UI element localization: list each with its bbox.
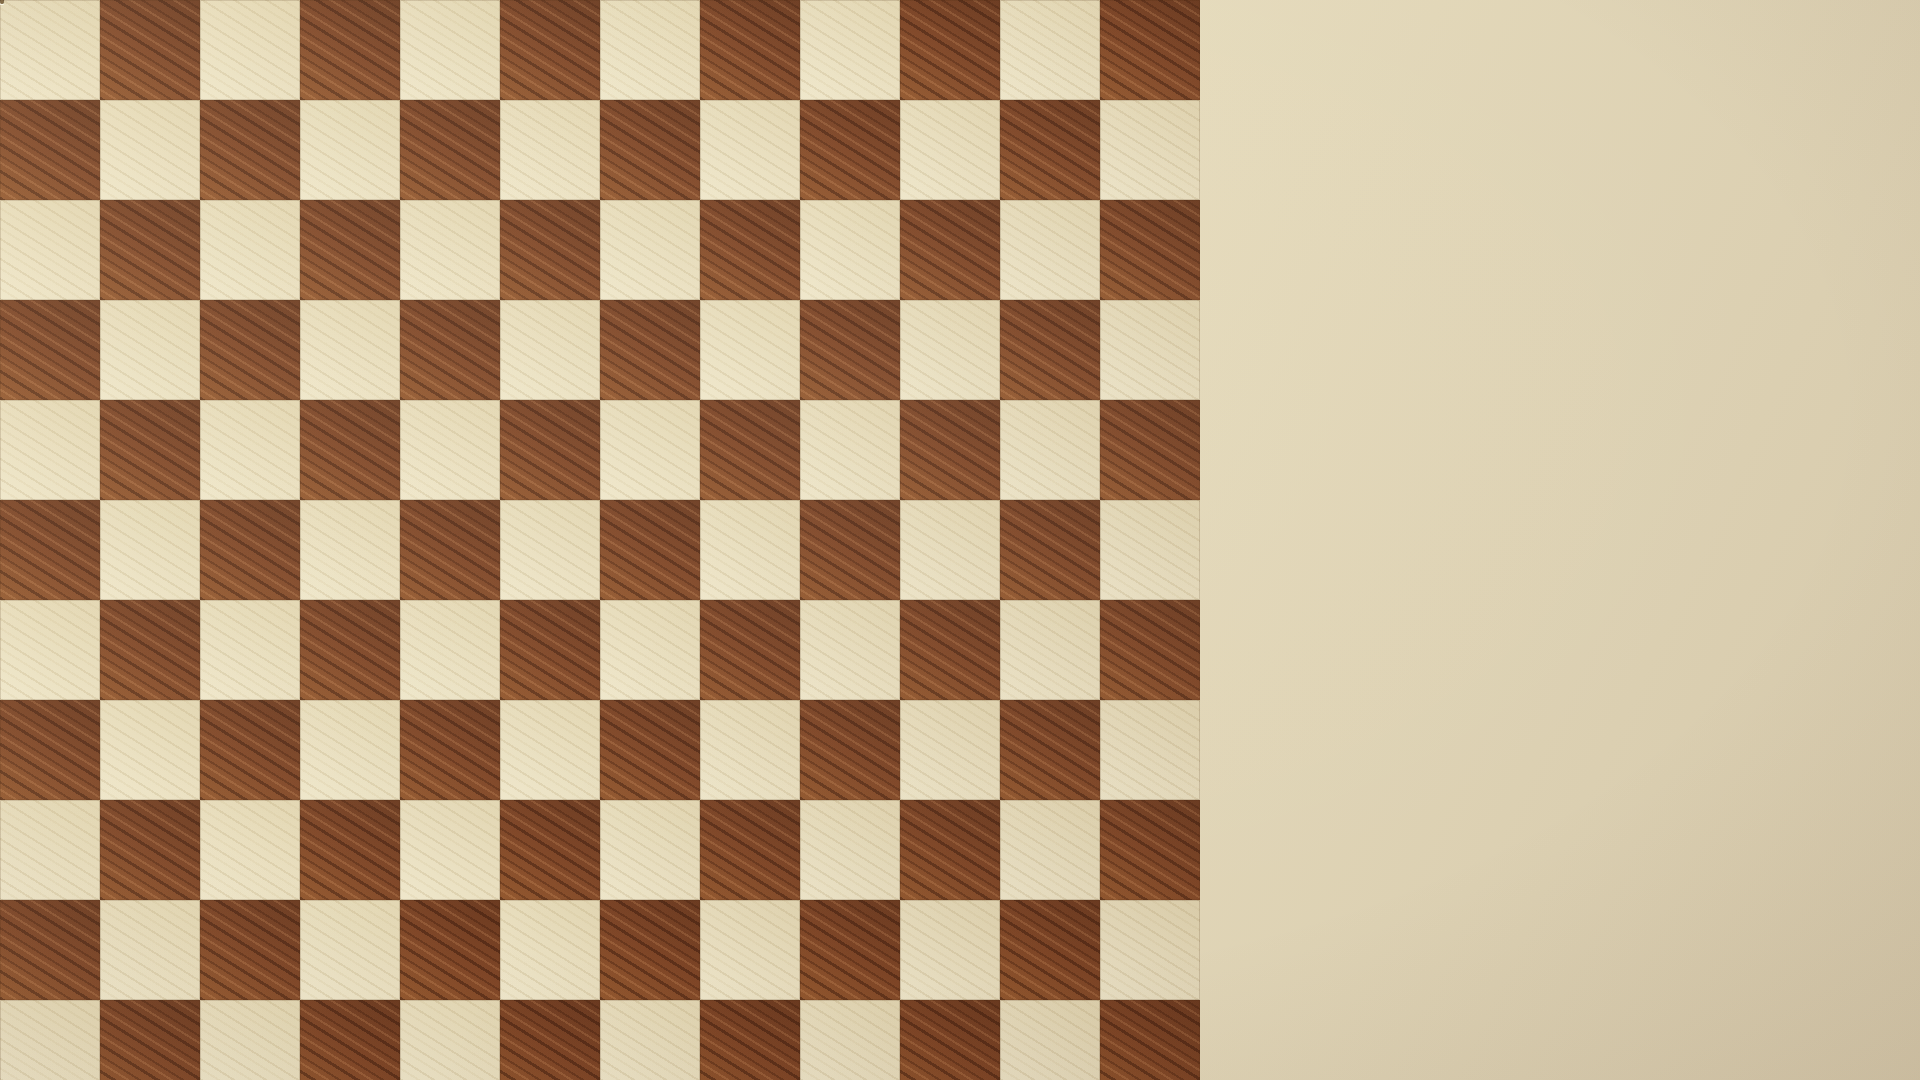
board-margin-square <box>400 1000 500 1080</box>
board-margin-square <box>1000 500 1100 600</box>
board-margin-square <box>0 0 100 100</box>
square-b4[interactable] <box>300 500 400 600</box>
square-c1[interactable] <box>400 800 500 900</box>
square-d2[interactable] <box>500 700 600 800</box>
square-b8[interactable] <box>300 100 400 200</box>
square-d5[interactable] <box>500 400 600 500</box>
square-d4[interactable] <box>500 500 600 600</box>
board-margin-square <box>1000 1000 1100 1080</box>
board-margin-square <box>1100 400 1200 500</box>
square-h1[interactable] <box>900 800 1000 900</box>
square-e1[interactable] <box>600 800 700 900</box>
board-margin-square <box>900 1000 1000 1080</box>
square-a6[interactable] <box>200 300 300 400</box>
board-margin-square <box>200 900 300 1000</box>
square-f4[interactable] <box>700 500 800 600</box>
square-b7[interactable] <box>300 200 400 300</box>
square-c5[interactable] <box>400 400 500 500</box>
board-margin-square <box>900 0 1000 100</box>
board-margin-square <box>100 200 200 300</box>
square-c8[interactable] <box>400 100 500 200</box>
board-margin-square <box>0 300 100 400</box>
board-margin-square <box>1000 800 1100 900</box>
board-margin-square <box>700 0 800 100</box>
square-b2[interactable] <box>300 700 400 800</box>
square-d7[interactable] <box>500 200 600 300</box>
square-f3[interactable] <box>700 600 800 700</box>
square-g6[interactable] <box>800 300 900 400</box>
square-b5[interactable] <box>300 400 400 500</box>
board-margin-square <box>0 500 100 600</box>
square-e2[interactable] <box>600 700 700 800</box>
board-margin-square <box>1100 800 1200 900</box>
square-a1[interactable] <box>200 800 300 900</box>
square-a7[interactable] <box>200 200 300 300</box>
square-c7[interactable] <box>400 200 500 300</box>
board-margin-square <box>800 900 900 1000</box>
board-margin-square <box>1000 0 1100 100</box>
board-margin-square <box>600 1000 700 1080</box>
square-h4[interactable] <box>900 500 1000 600</box>
board-margin-square <box>100 1000 200 1080</box>
square-e4[interactable] <box>600 500 700 600</box>
board-margin-square <box>1000 600 1100 700</box>
square-d3[interactable] <box>500 600 600 700</box>
board-margin-square <box>1100 100 1200 200</box>
square-e6[interactable] <box>600 300 700 400</box>
square-b1[interactable] <box>300 800 400 900</box>
square-g3[interactable] <box>800 600 900 700</box>
square-f7[interactable] <box>700 200 800 300</box>
square-a3[interactable] <box>200 600 300 700</box>
board-margin-square <box>300 1000 400 1080</box>
board-margin-square <box>1000 900 1100 1000</box>
board-margin-square <box>100 800 200 900</box>
board-margin-square <box>300 0 400 100</box>
board-margin-square <box>1100 1000 1200 1080</box>
turned-ring-engraving <box>0 0 4 4</box>
board-margin-square <box>1100 0 1200 100</box>
square-c3[interactable] <box>400 600 500 700</box>
square-g5[interactable] <box>800 400 900 500</box>
board-margin-square <box>1000 100 1100 200</box>
board-margin-square <box>1100 600 1200 700</box>
board-margin-square <box>0 200 100 300</box>
checkers-board <box>0 0 1200 1080</box>
board-margin-square <box>100 700 200 800</box>
board-margin-square <box>300 900 400 1000</box>
square-f5[interactable] <box>700 400 800 500</box>
square-g8[interactable] <box>800 100 900 200</box>
board-margin-square <box>800 0 900 100</box>
board-margin-square <box>100 100 200 200</box>
board-margin-square <box>100 900 200 1000</box>
square-e3[interactable] <box>600 600 700 700</box>
square-a8[interactable] <box>200 100 300 200</box>
square-g4[interactable] <box>800 500 900 600</box>
board-margin-square <box>200 0 300 100</box>
square-f8[interactable] <box>700 100 800 200</box>
square-d6[interactable] <box>500 300 600 400</box>
board-margin-square <box>500 1000 600 1080</box>
square-d8[interactable] <box>500 100 600 200</box>
board-margin-square <box>900 900 1000 1000</box>
board-margin-square <box>600 0 700 100</box>
board-margin-square <box>0 600 100 700</box>
square-f1[interactable] <box>700 800 800 900</box>
board-margin-square <box>200 1000 300 1080</box>
board-margin-square <box>1100 300 1200 400</box>
board-margin-square <box>100 400 200 500</box>
board-margin-square <box>400 0 500 100</box>
board-margin-square <box>1000 700 1100 800</box>
square-h7[interactable] <box>900 200 1000 300</box>
board-margin-square <box>1100 200 1200 300</box>
board-margin-square <box>0 100 100 200</box>
board-margin-square <box>100 500 200 600</box>
square-c6[interactable] <box>400 300 500 400</box>
square-e8[interactable] <box>600 100 700 200</box>
square-d1[interactable] <box>500 800 600 900</box>
board-margin-square <box>1100 900 1200 1000</box>
square-e5[interactable] <box>600 400 700 500</box>
board-margin-square <box>500 900 600 1000</box>
square-a4[interactable] <box>200 500 300 600</box>
board-margin-square <box>700 900 800 1000</box>
board-margin-square <box>1000 400 1100 500</box>
board-margin-square <box>100 0 200 100</box>
square-h6[interactable] <box>900 300 1000 400</box>
board-margin-square <box>400 900 500 1000</box>
board-margin-square <box>100 300 200 400</box>
board-margin-square <box>0 900 100 1000</box>
square-a2[interactable] <box>200 700 300 800</box>
square-c4[interactable] <box>400 500 500 600</box>
board-margin-square <box>1100 700 1200 800</box>
board-margin-square <box>0 1000 100 1080</box>
board-margin-square <box>0 700 100 800</box>
checkers-photo-scene <box>0 0 1920 1080</box>
square-h3[interactable] <box>900 600 1000 700</box>
square-h2[interactable] <box>900 700 1000 800</box>
board-margin-square <box>0 800 100 900</box>
square-f6[interactable] <box>700 300 800 400</box>
board-margin-square <box>600 900 700 1000</box>
board-margin-square <box>800 1000 900 1080</box>
square-b3[interactable] <box>300 600 400 700</box>
board-margin-square <box>1000 300 1100 400</box>
square-g7[interactable] <box>800 200 900 300</box>
square-h5[interactable] <box>900 400 1000 500</box>
square-g1[interactable] <box>800 800 900 900</box>
board-margin-square <box>0 400 100 500</box>
board-margin-square <box>1100 500 1200 600</box>
square-b6[interactable] <box>300 300 400 400</box>
square-g2[interactable] <box>800 700 900 800</box>
square-f2[interactable] <box>700 700 800 800</box>
square-c2[interactable] <box>400 700 500 800</box>
board-margin-square <box>700 1000 800 1080</box>
board-margin-square <box>100 600 200 700</box>
board-margin-square <box>500 0 600 100</box>
square-e7[interactable] <box>600 200 700 300</box>
square-h8[interactable] <box>900 100 1000 200</box>
board-margin-square <box>1000 200 1100 300</box>
square-a5[interactable] <box>200 400 300 500</box>
